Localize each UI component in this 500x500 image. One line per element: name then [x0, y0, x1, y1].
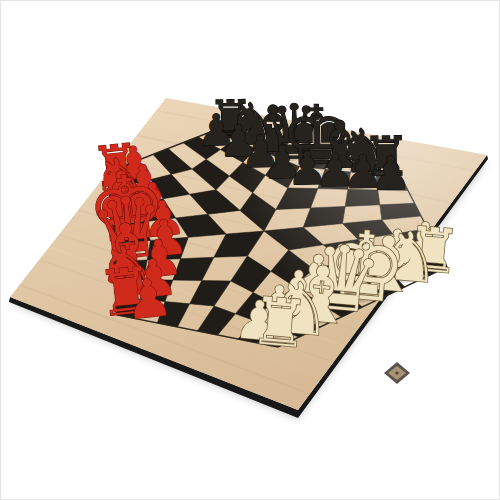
red-pawn: ♟ — [122, 266, 175, 332]
black-pawn: ♟ — [370, 147, 412, 201]
maker-stamp-icon — [384, 362, 410, 384]
three-player-chess-photo: ♜♞♟♝♟♛♚♟♝♞♜♟♟♟♜♟♟♟♟♞♟♝♟♚♟♛♟♟♜♟♟♝♞♟♝♟♞♟♚♟… — [0, 0, 500, 500]
board-scene: ♜♞♟♝♟♛♚♟♝♞♜♟♟♟♜♟♟♟♟♞♟♝♟♚♟♛♟♟♜♟♟♝♞♟♝♟♞♟♚♟… — [0, 0, 500, 500]
white-rook: ♜ — [247, 283, 312, 363]
